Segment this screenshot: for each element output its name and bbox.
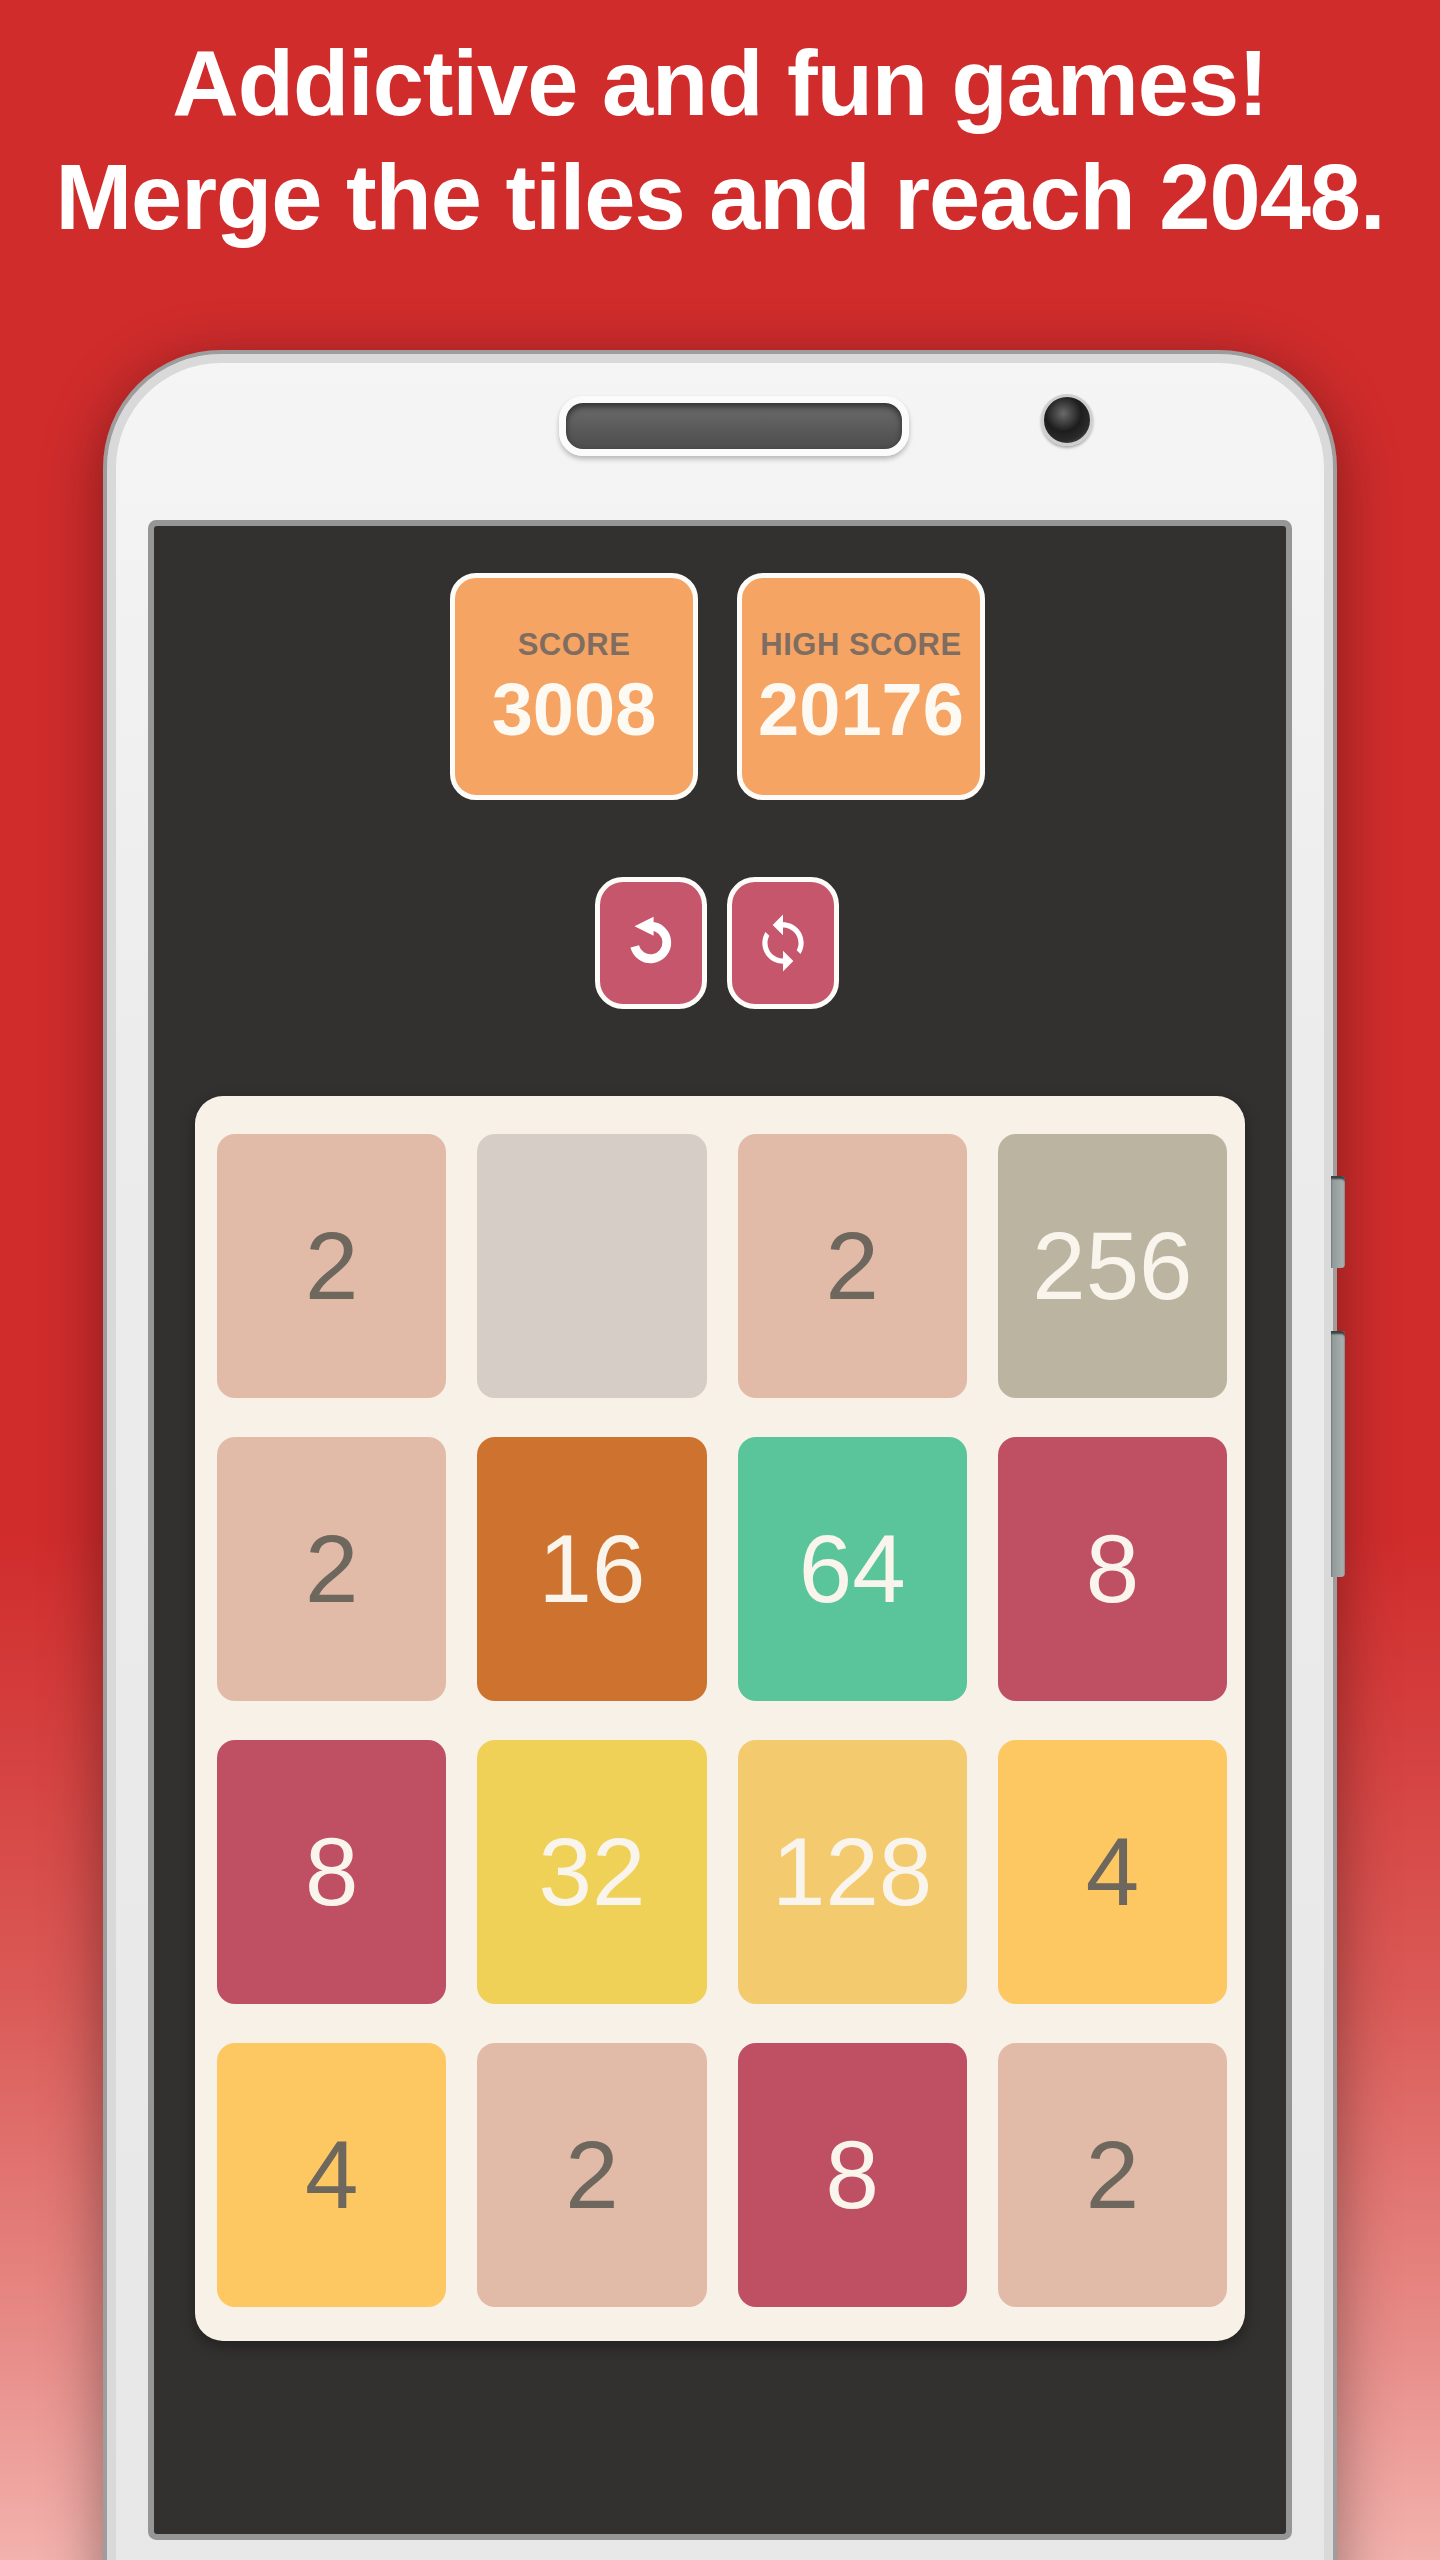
tile-32: 32 (477, 1740, 706, 2004)
tile-2: 2 (217, 1437, 446, 1701)
tile-64: 64 (738, 1437, 967, 1701)
tile-4: 4 (217, 2043, 446, 2307)
earpiece-speaker (559, 396, 909, 456)
undo-arrow-icon (620, 912, 682, 974)
tile-2: 2 (477, 2043, 706, 2307)
tile-256: 256 (998, 1134, 1227, 1398)
phone-frame: SCORE 3008 HIGH SCORE 20176 222562166488… (103, 350, 1337, 2560)
undo-button[interactable] (595, 877, 707, 1009)
high-score-box: HIGH SCORE 20176 (737, 573, 985, 800)
power-button (1331, 1176, 1345, 1268)
tile-2: 2 (217, 1134, 446, 1398)
score-label: SCORE (518, 627, 631, 663)
high-score-label: HIGH SCORE (760, 627, 961, 663)
promo-headline: Addictive and fun games! Merge the tiles… (0, 26, 1440, 254)
tile-16: 16 (477, 1437, 706, 1701)
score-value: 3008 (492, 673, 657, 747)
promo-headline-line2: Merge the tiles and reach 2048. (0, 140, 1440, 254)
high-score-value: 20176 (758, 673, 964, 747)
game-board[interactable]: 2225621664883212844282 (195, 1096, 1245, 2341)
tile-2: 2 (998, 2043, 1227, 2307)
tile-8: 8 (217, 1740, 446, 2004)
app-screen: SCORE 3008 HIGH SCORE 20176 222562166488… (154, 526, 1286, 2534)
tile-8: 8 (998, 1437, 1227, 1701)
promo-headline-line1: Addictive and fun games! (0, 26, 1440, 140)
front-camera (1041, 394, 1093, 446)
tile-empty (477, 1134, 706, 1398)
refresh-button[interactable] (727, 877, 839, 1009)
tile-2: 2 (738, 1134, 967, 1398)
tile-4: 4 (998, 1740, 1227, 2004)
volume-rocker (1331, 1331, 1345, 1577)
sync-arrows-icon (752, 912, 814, 974)
tile-8: 8 (738, 2043, 967, 2307)
tile-128: 128 (738, 1740, 967, 2004)
score-box: SCORE 3008 (450, 573, 698, 800)
